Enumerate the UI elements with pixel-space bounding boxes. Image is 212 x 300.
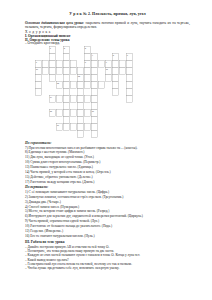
- crossword-cell[interactable]: [112, 68, 119, 75]
- crossword-cell[interactable]: [84, 96, 91, 103]
- crossword-cell[interactable]: [56, 110, 63, 117]
- crossword-cell[interactable]: [63, 110, 70, 117]
- crossword-cell[interactable]: [42, 61, 49, 68]
- crossword-cell[interactable]: [84, 68, 91, 75]
- crossword-cell[interactable]: [35, 89, 42, 96]
- crossword-cell[interactable]: 13: [56, 82, 63, 89]
- crossword-cell[interactable]: 8: [84, 61, 91, 68]
- crossword-cell[interactable]: 3: [84, 47, 91, 54]
- crossword-cell[interactable]: [77, 68, 84, 75]
- crossword-cell[interactable]: [91, 131, 98, 138]
- crossword-cell[interactable]: 12: [77, 75, 84, 82]
- crossword-cell[interactable]: [84, 75, 91, 82]
- crossword-cell[interactable]: [56, 68, 63, 75]
- crossword-cell[interactable]: [77, 89, 84, 96]
- crossword-cell[interactable]: [84, 110, 91, 117]
- crossword-cell[interactable]: [63, 68, 70, 75]
- crossword-cell[interactable]: 4: [91, 54, 98, 61]
- crossword-cell[interactable]: [119, 61, 126, 68]
- crossword-cell[interactable]: 2: [63, 47, 70, 54]
- crossword-cell[interactable]: [112, 75, 119, 82]
- crossword-cell[interactable]: [70, 61, 77, 68]
- page-title: У р о к № 2. Плоскость, прямая, луч, уго…: [25, 12, 190, 16]
- crossword-cell[interactable]: [63, 54, 70, 61]
- crossword-cell[interactable]: [77, 96, 84, 103]
- across-clues: 7) При чтении многозначных чисел их разб…: [25, 145, 190, 184]
- crossword-cell[interactable]: 6: [126, 54, 133, 61]
- crossword-prompt: – Отгадайте кроссворд.: [25, 41, 190, 45]
- crossword-cell[interactable]: [63, 61, 70, 68]
- crossword-cell[interactable]: [91, 61, 98, 68]
- crossword-cell-number: 3: [85, 47, 86, 49]
- crossword-cell-number: 11: [106, 68, 108, 70]
- crossword-cell[interactable]: 10: [35, 68, 42, 75]
- crossword-cell[interactable]: [126, 75, 133, 82]
- crossword-cell[interactable]: [70, 110, 77, 117]
- crossword-cell[interactable]: [77, 124, 84, 131]
- teacher-dialogue: – Давайте построим прямую АВ и отметим н…: [25, 244, 190, 270]
- crossword-cell[interactable]: [70, 124, 77, 131]
- crossword-cell[interactable]: [77, 110, 84, 117]
- crossword-cell[interactable]: [91, 96, 98, 103]
- crossword-cell[interactable]: [63, 75, 70, 82]
- crossword-cell[interactable]: [56, 61, 63, 68]
- crossword-cell[interactable]: [91, 124, 98, 131]
- crossword-cell[interactable]: [63, 96, 70, 103]
- text-line: 17) Расстояние между концами отрезка. (Д…: [25, 179, 190, 184]
- crossword-cell[interactable]: [91, 68, 98, 75]
- crossword-cell[interactable]: [91, 75, 98, 82]
- crossword-cell[interactable]: [70, 82, 77, 89]
- crossword-cell[interactable]: [126, 96, 133, 103]
- crossword-cell[interactable]: [35, 75, 42, 82]
- crossword-cell-number: 6: [127, 54, 128, 56]
- crossword-cell-number: 10: [36, 68, 38, 70]
- text-line: – Чтобы лучше представить себе луч, вспо…: [25, 266, 190, 270]
- crossword-cell-number: 4: [92, 54, 93, 56]
- crossword-cell[interactable]: [98, 61, 105, 68]
- crossword-cell[interactable]: [77, 82, 84, 89]
- crossword-cell[interactable]: [91, 82, 98, 89]
- crossword-cell[interactable]: [112, 89, 119, 96]
- crossword-cell[interactable]: [49, 61, 56, 68]
- crossword-cell-number: 17: [57, 124, 59, 126]
- crossword-cell-number: 13: [57, 82, 59, 84]
- crossword-cell-number: 1: [50, 47, 51, 49]
- crossword-cell[interactable]: [49, 68, 56, 75]
- crossword-cell[interactable]: 17: [56, 124, 63, 131]
- crossword-cell[interactable]: 5: [112, 54, 119, 61]
- crossword-cell[interactable]: [126, 82, 133, 89]
- crossword-cell[interactable]: [77, 131, 84, 138]
- document-page: У р о к № 2. Плоскость, прямая, луч, уго…: [0, 0, 212, 300]
- crossword-cell[interactable]: [91, 89, 98, 96]
- crossword-cell[interactable]: [84, 54, 91, 61]
- crossword-cell[interactable]: 1: [49, 47, 56, 54]
- crossword-cell[interactable]: [63, 82, 70, 89]
- crossword-cell[interactable]: [70, 96, 77, 103]
- crossword-cell-number: 14: [50, 96, 52, 98]
- crossword-cell[interactable]: [126, 68, 133, 75]
- crossword-cell[interactable]: [105, 75, 112, 82]
- crossword-cell[interactable]: [126, 89, 133, 96]
- crossword-cell[interactable]: 16: [91, 110, 98, 117]
- crossword-cell[interactable]: [63, 117, 70, 124]
- crossword-cell[interactable]: [56, 96, 63, 103]
- text-line: 16) Его не считают натуральным числом. (…: [25, 233, 190, 238]
- crossword-cell-number: 12: [78, 75, 80, 77]
- crossword-cell[interactable]: [35, 82, 42, 89]
- crossword-cell[interactable]: 15: [49, 110, 56, 117]
- crossword-cell[interactable]: [42, 68, 49, 75]
- crossword-cell-number: 9: [106, 61, 107, 63]
- lesson-goal-paragraph: Основная дидактическая цель урока: закре…: [25, 21, 190, 29]
- crossword-cell-number: 16: [92, 110, 94, 112]
- crossword-cell-number: 7: [36, 61, 37, 63]
- crossword-cell-number: 2: [64, 47, 65, 49]
- crossword-cell[interactable]: [63, 89, 70, 96]
- crossword-cell[interactable]: [77, 117, 84, 124]
- crossword-cell[interactable]: [77, 103, 84, 110]
- lesson-sheet: У р о к № 2. Плоскость, прямая, луч, уго…: [0, 0, 212, 300]
- crossword-cell[interactable]: 11: [105, 68, 112, 75]
- crossword-grid: 1238416567911101213141517: [35, 47, 133, 138]
- crossword-cell-number: 15: [50, 110, 52, 112]
- crossword-cell[interactable]: [91, 117, 98, 124]
- crossword-cell[interactable]: 14: [49, 96, 56, 103]
- crossword-cell[interactable]: [112, 82, 119, 89]
- crossword-cell-number: 8: [85, 61, 86, 63]
- crossword-cell[interactable]: [63, 124, 70, 131]
- crossword-cell[interactable]: [119, 68, 126, 75]
- crossword-cell[interactable]: [84, 124, 91, 131]
- crossword-cell[interactable]: 9: [105, 61, 112, 68]
- crossword-cell[interactable]: [112, 61, 119, 68]
- crossword-cell[interactable]: [63, 103, 70, 110]
- crossword-cell[interactable]: 7: [35, 61, 42, 68]
- crossword-cell[interactable]: [49, 54, 56, 61]
- crossword-cell[interactable]: [98, 82, 105, 89]
- crossword-cell-number: 5: [113, 54, 114, 56]
- crossword-cell[interactable]: [126, 61, 133, 68]
- crossword-cell[interactable]: [91, 103, 98, 110]
- crossword-cell[interactable]: [84, 82, 91, 89]
- crossword-cell[interactable]: [49, 75, 56, 82]
- crossword-cell[interactable]: [70, 68, 77, 75]
- down-clues: 1) С её помощью записывают натуральные ч…: [25, 190, 190, 239]
